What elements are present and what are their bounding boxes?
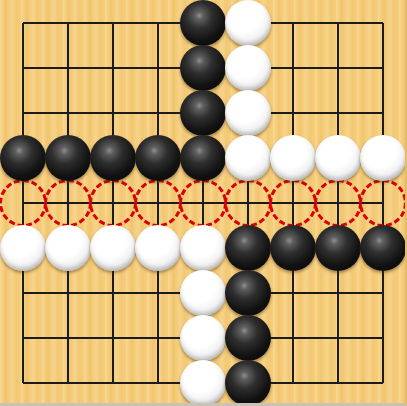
board-point[interactable] xyxy=(0,270,45,315)
board-point[interactable] xyxy=(135,45,180,90)
board-point[interactable] xyxy=(225,90,270,135)
board-point[interactable] xyxy=(0,180,45,225)
board-point[interactable] xyxy=(315,135,360,180)
black-stone xyxy=(180,90,226,136)
board-point[interactable] xyxy=(90,90,135,135)
board-point[interactable] xyxy=(180,225,225,270)
white-stone xyxy=(360,135,406,181)
go-board xyxy=(0,0,407,406)
board-point[interactable] xyxy=(0,0,45,45)
board-point[interactable] xyxy=(225,315,270,360)
board-point[interactable] xyxy=(270,180,315,225)
board-point[interactable] xyxy=(45,90,90,135)
board-point[interactable] xyxy=(90,360,135,405)
board-point[interactable] xyxy=(180,315,225,360)
board-point[interactable] xyxy=(225,225,270,270)
board-point[interactable] xyxy=(360,225,405,270)
board-point[interactable] xyxy=(0,360,45,405)
board-point[interactable] xyxy=(225,180,270,225)
board-point[interactable] xyxy=(270,90,315,135)
board-point[interactable] xyxy=(270,315,315,360)
black-stone xyxy=(90,135,136,181)
board-point[interactable] xyxy=(90,315,135,360)
white-stone xyxy=(180,315,226,361)
board-point[interactable] xyxy=(0,225,45,270)
board-point[interactable] xyxy=(180,135,225,180)
board-point[interactable] xyxy=(225,45,270,90)
board-point[interactable] xyxy=(90,180,135,225)
dashed-circle-marker xyxy=(359,179,407,227)
board-point[interactable] xyxy=(135,315,180,360)
black-stone xyxy=(0,135,46,181)
board-point[interactable] xyxy=(135,0,180,45)
board-point[interactable] xyxy=(135,270,180,315)
white-stone xyxy=(90,225,136,271)
black-stone xyxy=(225,270,271,316)
board-grid xyxy=(0,0,405,405)
board-point[interactable] xyxy=(270,135,315,180)
board-point[interactable] xyxy=(90,45,135,90)
black-stone xyxy=(225,315,271,361)
dashed-circle-marker xyxy=(89,179,137,227)
board-point[interactable] xyxy=(180,0,225,45)
board-point[interactable] xyxy=(45,270,90,315)
board-point[interactable] xyxy=(180,270,225,315)
white-stone xyxy=(315,135,361,181)
white-stone xyxy=(180,270,226,316)
board-point[interactable] xyxy=(315,90,360,135)
white-stone xyxy=(225,90,271,136)
dashed-circle-marker xyxy=(44,179,92,227)
board-point[interactable] xyxy=(0,135,45,180)
board-point[interactable] xyxy=(315,225,360,270)
dashed-circle-marker xyxy=(134,179,182,227)
board-point[interactable] xyxy=(225,360,270,405)
board-point[interactable] xyxy=(0,315,45,360)
board-point[interactable] xyxy=(270,270,315,315)
board-point[interactable] xyxy=(90,270,135,315)
white-stone xyxy=(135,225,181,271)
black-stone xyxy=(270,225,316,271)
board-point[interactable] xyxy=(135,360,180,405)
white-stone xyxy=(225,135,271,181)
board-point[interactable] xyxy=(45,315,90,360)
board-point[interactable] xyxy=(315,180,360,225)
white-stone xyxy=(225,45,271,91)
white-stone xyxy=(270,135,316,181)
board-point[interactable] xyxy=(180,45,225,90)
board-point[interactable] xyxy=(135,225,180,270)
board-point[interactable] xyxy=(270,45,315,90)
board-point[interactable] xyxy=(135,135,180,180)
board-point[interactable] xyxy=(90,0,135,45)
white-stone xyxy=(0,225,46,271)
dashed-circle-marker xyxy=(224,179,272,227)
board-point[interactable] xyxy=(45,180,90,225)
dashed-circle-marker xyxy=(179,179,227,227)
board-point[interactable] xyxy=(45,45,90,90)
board-point[interactable] xyxy=(360,315,405,360)
board-point[interactable] xyxy=(180,90,225,135)
board-point[interactable] xyxy=(315,45,360,90)
board-point[interactable] xyxy=(360,180,405,225)
white-stone xyxy=(225,0,271,46)
white-stone xyxy=(180,360,226,406)
board-point[interactable] xyxy=(45,225,90,270)
dashed-circle-marker xyxy=(269,179,317,227)
board-point[interactable] xyxy=(270,225,315,270)
black-stone xyxy=(225,225,271,271)
dashed-circle-marker xyxy=(0,179,47,227)
board-point[interactable] xyxy=(225,270,270,315)
board-point[interactable] xyxy=(0,45,45,90)
board-point[interactable] xyxy=(135,180,180,225)
board-point[interactable] xyxy=(90,135,135,180)
black-stone xyxy=(225,360,271,406)
board-point[interactable] xyxy=(360,360,405,405)
board-point[interactable] xyxy=(315,315,360,360)
white-stone xyxy=(180,225,226,271)
board-point[interactable] xyxy=(135,90,180,135)
white-stone xyxy=(45,225,91,271)
board-point[interactable] xyxy=(315,360,360,405)
black-stone xyxy=(45,135,91,181)
dashed-circle-marker xyxy=(314,179,362,227)
board-point[interactable] xyxy=(180,360,225,405)
board-point[interactable] xyxy=(225,0,270,45)
board-point[interactable] xyxy=(180,180,225,225)
board-point[interactable] xyxy=(270,0,315,45)
black-stone xyxy=(360,225,406,271)
board-point[interactable] xyxy=(90,225,135,270)
board-point[interactable] xyxy=(315,0,360,45)
black-stone xyxy=(180,0,226,46)
board-point[interactable] xyxy=(360,0,405,45)
board-point[interactable] xyxy=(360,45,405,90)
black-stone xyxy=(180,135,226,181)
black-stone xyxy=(180,45,226,91)
board-point[interactable] xyxy=(360,270,405,315)
black-stone xyxy=(315,225,361,271)
board-point[interactable] xyxy=(315,270,360,315)
board-point[interactable] xyxy=(45,0,90,45)
board-point[interactable] xyxy=(225,135,270,180)
board-point[interactable] xyxy=(45,360,90,405)
board-point[interactable] xyxy=(360,90,405,135)
board-point[interactable] xyxy=(45,135,90,180)
board-point[interactable] xyxy=(0,90,45,135)
black-stone xyxy=(135,135,181,181)
board-point[interactable] xyxy=(360,135,405,180)
board-point[interactable] xyxy=(270,360,315,405)
